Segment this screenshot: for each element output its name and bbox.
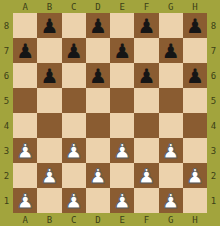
white-pawn[interactable]: ♟ bbox=[113, 191, 131, 211]
square-b4[interactable] bbox=[37, 113, 61, 138]
file-label-d: D bbox=[86, 0, 110, 13]
rank-label-8: 8 bbox=[207, 13, 220, 38]
square-g5[interactable] bbox=[159, 88, 183, 113]
square-e2[interactable] bbox=[110, 163, 134, 188]
file-label-f: F bbox=[134, 213, 158, 226]
square-a2[interactable] bbox=[13, 163, 37, 188]
file-label-e: E bbox=[110, 0, 134, 13]
square-e5[interactable] bbox=[110, 88, 134, 113]
white-pawn[interactable]: ♟ bbox=[89, 166, 107, 186]
square-f4[interactable] bbox=[134, 113, 158, 138]
black-pawn[interactable]: ♟ bbox=[65, 41, 83, 61]
square-d6[interactable]: ♟ bbox=[86, 63, 110, 88]
file-label-c: C bbox=[62, 0, 86, 13]
square-c2[interactable] bbox=[62, 163, 86, 188]
rank-label-5: 5 bbox=[0, 88, 13, 113]
rank-label-5: 5 bbox=[207, 88, 220, 113]
black-pawn[interactable]: ♟ bbox=[40, 16, 58, 36]
file-label-h: H bbox=[183, 0, 207, 13]
square-b5[interactable] bbox=[37, 88, 61, 113]
square-h4[interactable] bbox=[183, 113, 207, 138]
square-g7[interactable]: ♟ bbox=[159, 38, 183, 63]
square-d2[interactable]: ♟ bbox=[86, 163, 110, 188]
square-g8[interactable] bbox=[159, 13, 183, 38]
black-pawn[interactable]: ♟ bbox=[113, 41, 131, 61]
square-b2[interactable]: ♟ bbox=[37, 163, 61, 188]
white-pawn[interactable]: ♟ bbox=[162, 141, 180, 161]
file-label-a: A bbox=[13, 0, 37, 13]
rank-labels-left: 87654321 bbox=[0, 13, 13, 213]
white-pawn[interactable]: ♟ bbox=[65, 141, 83, 161]
square-f6[interactable]: ♟ bbox=[134, 63, 158, 88]
rank-label-2: 2 bbox=[207, 163, 220, 188]
white-pawn[interactable]: ♟ bbox=[113, 141, 131, 161]
black-pawn[interactable]: ♟ bbox=[186, 66, 204, 86]
rank-label-4: 4 bbox=[0, 113, 13, 138]
square-a7[interactable]: ♟ bbox=[13, 38, 37, 63]
file-label-f: F bbox=[134, 0, 158, 13]
square-e7[interactable]: ♟ bbox=[110, 38, 134, 63]
rank-label-6: 6 bbox=[0, 63, 13, 88]
white-pawn[interactable]: ♟ bbox=[16, 141, 34, 161]
rank-label-1: 1 bbox=[207, 188, 220, 213]
square-a4[interactable] bbox=[13, 113, 37, 138]
square-a3[interactable]: ♟ bbox=[13, 138, 37, 163]
square-c5[interactable] bbox=[62, 88, 86, 113]
rank-label-3: 3 bbox=[0, 138, 13, 163]
black-pawn[interactable]: ♟ bbox=[40, 66, 58, 86]
square-d4[interactable] bbox=[86, 113, 110, 138]
chess-board-frame: ABCDEFGH ABCDEFGH 87654321 87654321 ♟♟♟♟… bbox=[0, 0, 220, 226]
square-a5[interactable] bbox=[13, 88, 37, 113]
square-c3[interactable]: ♟ bbox=[62, 138, 86, 163]
square-h8[interactable]: ♟ bbox=[183, 13, 207, 38]
square-e3[interactable]: ♟ bbox=[110, 138, 134, 163]
square-f1[interactable] bbox=[134, 188, 158, 213]
square-h5[interactable] bbox=[183, 88, 207, 113]
square-c6[interactable] bbox=[62, 63, 86, 88]
white-pawn[interactable]: ♟ bbox=[16, 191, 34, 211]
rank-label-1: 1 bbox=[0, 188, 13, 213]
file-labels-top: ABCDEFGH bbox=[13, 0, 207, 13]
square-h1[interactable] bbox=[183, 188, 207, 213]
rank-label-8: 8 bbox=[0, 13, 13, 38]
square-d5[interactable] bbox=[86, 88, 110, 113]
square-f5[interactable] bbox=[134, 88, 158, 113]
rank-label-6: 6 bbox=[207, 63, 220, 88]
black-pawn[interactable]: ♟ bbox=[89, 16, 107, 36]
white-pawn[interactable]: ♟ bbox=[186, 166, 204, 186]
black-pawn[interactable]: ♟ bbox=[162, 41, 180, 61]
file-label-c: C bbox=[62, 213, 86, 226]
file-label-g: G bbox=[159, 0, 183, 13]
square-a1[interactable]: ♟ bbox=[13, 188, 37, 213]
black-pawn[interactable]: ♟ bbox=[89, 66, 107, 86]
square-e1[interactable]: ♟ bbox=[110, 188, 134, 213]
rank-labels-right: 87654321 bbox=[207, 13, 220, 213]
square-h6[interactable]: ♟ bbox=[183, 63, 207, 88]
file-label-d: D bbox=[86, 213, 110, 226]
white-pawn[interactable]: ♟ bbox=[137, 166, 155, 186]
square-c8[interactable] bbox=[62, 13, 86, 38]
square-c4[interactable] bbox=[62, 113, 86, 138]
square-b3[interactable] bbox=[37, 138, 61, 163]
square-a8[interactable] bbox=[13, 13, 37, 38]
square-f3[interactable] bbox=[134, 138, 158, 163]
file-label-a: A bbox=[13, 213, 37, 226]
rank-label-7: 7 bbox=[207, 38, 220, 63]
square-g6[interactable] bbox=[159, 63, 183, 88]
square-g3[interactable]: ♟ bbox=[159, 138, 183, 163]
square-e8[interactable] bbox=[110, 13, 134, 38]
square-g4[interactable] bbox=[159, 113, 183, 138]
square-c1[interactable]: ♟ bbox=[62, 188, 86, 213]
square-g2[interactable] bbox=[159, 163, 183, 188]
square-c7[interactable]: ♟ bbox=[62, 38, 86, 63]
square-d1[interactable] bbox=[86, 188, 110, 213]
white-pawn[interactable]: ♟ bbox=[65, 191, 83, 211]
square-f8[interactable]: ♟ bbox=[134, 13, 158, 38]
square-h2[interactable]: ♟ bbox=[183, 163, 207, 188]
square-f7[interactable] bbox=[134, 38, 158, 63]
rank-label-3: 3 bbox=[207, 138, 220, 163]
black-pawn[interactable]: ♟ bbox=[137, 66, 155, 86]
file-label-g: G bbox=[159, 213, 183, 226]
white-pawn[interactable]: ♟ bbox=[40, 166, 58, 186]
square-f2[interactable]: ♟ bbox=[134, 163, 158, 188]
black-pawn[interactable]: ♟ bbox=[137, 16, 155, 36]
square-b7[interactable] bbox=[37, 38, 61, 63]
black-pawn[interactable]: ♟ bbox=[16, 41, 34, 61]
square-d7[interactable] bbox=[86, 38, 110, 63]
square-b8[interactable]: ♟ bbox=[37, 13, 61, 38]
square-e4[interactable] bbox=[110, 113, 134, 138]
square-b1[interactable] bbox=[37, 188, 61, 213]
square-a6[interactable] bbox=[13, 63, 37, 88]
square-d3[interactable] bbox=[86, 138, 110, 163]
rank-label-4: 4 bbox=[207, 113, 220, 138]
square-g1[interactable]: ♟ bbox=[159, 188, 183, 213]
file-label-e: E bbox=[110, 213, 134, 226]
square-h3[interactable] bbox=[183, 138, 207, 163]
file-label-h: H bbox=[183, 213, 207, 226]
square-h7[interactable] bbox=[183, 38, 207, 63]
file-label-b: B bbox=[37, 0, 61, 13]
chess-board: ♟♟♟♟♟♟♟♟♟♟♟♟♟♟♟♟♟♟♟♟♟♟♟♟ bbox=[13, 13, 207, 213]
file-labels-bottom: ABCDEFGH bbox=[13, 213, 207, 226]
file-label-b: B bbox=[37, 213, 61, 226]
square-d8[interactable]: ♟ bbox=[86, 13, 110, 38]
square-b6[interactable]: ♟ bbox=[37, 63, 61, 88]
rank-label-2: 2 bbox=[0, 163, 13, 188]
white-pawn[interactable]: ♟ bbox=[162, 191, 180, 211]
square-e6[interactable] bbox=[110, 63, 134, 88]
black-pawn[interactable]: ♟ bbox=[186, 16, 204, 36]
rank-label-7: 7 bbox=[0, 38, 13, 63]
